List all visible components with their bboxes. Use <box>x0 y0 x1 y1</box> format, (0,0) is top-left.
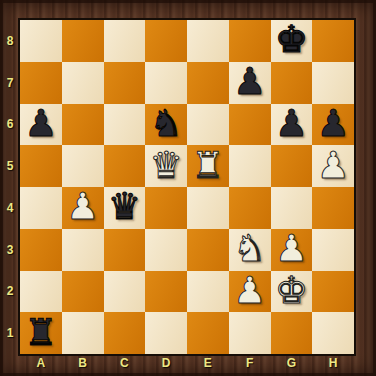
rank-label-2: 2 <box>1 271 19 313</box>
square-h6[interactable]: ♟ <box>312 104 354 146</box>
square-a5[interactable] <box>20 145 62 187</box>
square-h2[interactable] <box>312 271 354 313</box>
square-f1[interactable] <box>229 312 271 354</box>
rank-label-1: 1 <box>1 312 19 354</box>
rank-label-7: 7 <box>1 62 19 104</box>
file-label-d: D <box>145 352 187 374</box>
file-label-f: F <box>229 352 271 374</box>
square-d4[interactable] <box>145 187 187 229</box>
square-f3[interactable]: ♞ <box>229 229 271 271</box>
square-b8[interactable] <box>62 20 104 62</box>
square-h8[interactable] <box>312 20 354 62</box>
rank-label-3: 3 <box>1 229 19 271</box>
square-g7[interactable] <box>271 62 313 104</box>
piece-white-pawn-h5[interactable]: ♟ <box>317 147 350 184</box>
file-label-c: C <box>104 352 146 374</box>
rank-label-6: 6 <box>1 104 19 146</box>
rank-label-8: 8 <box>1 20 19 62</box>
square-h3[interactable] <box>312 229 354 271</box>
square-g2[interactable]: ♚ <box>271 271 313 313</box>
square-c4[interactable]: ♛ <box>104 187 146 229</box>
piece-black-pawn-g6[interactable]: ♟ <box>275 105 308 142</box>
piece-white-king-g2[interactable]: ♚ <box>275 272 308 309</box>
square-e5[interactable]: ♜ <box>187 145 229 187</box>
square-f6[interactable] <box>229 104 271 146</box>
square-c6[interactable] <box>104 104 146 146</box>
square-d1[interactable] <box>145 312 187 354</box>
rank-label-5: 5 <box>1 145 19 187</box>
square-a2[interactable] <box>20 271 62 313</box>
square-b2[interactable] <box>62 271 104 313</box>
square-c7[interactable] <box>104 62 146 104</box>
chessboard: ♚♟♟♞♟♟♛♜♟♟♛♞♟♟♚♜ 87654321 ABCDEFGH <box>0 0 376 376</box>
square-f5[interactable] <box>229 145 271 187</box>
square-h4[interactable] <box>312 187 354 229</box>
square-g5[interactable] <box>271 145 313 187</box>
piece-black-queen-c4[interactable]: ♛ <box>108 188 141 225</box>
piece-black-knight-d6[interactable]: ♞ <box>150 105 183 142</box>
piece-black-pawn-f7[interactable]: ♟ <box>233 63 266 100</box>
piece-white-pawn-b4[interactable]: ♟ <box>66 188 99 225</box>
piece-white-pawn-g3[interactable]: ♟ <box>275 230 308 267</box>
square-c8[interactable] <box>104 20 146 62</box>
square-g1[interactable] <box>271 312 313 354</box>
square-b3[interactable] <box>62 229 104 271</box>
square-d7[interactable] <box>145 62 187 104</box>
square-b5[interactable] <box>62 145 104 187</box>
square-c5[interactable] <box>104 145 146 187</box>
square-b1[interactable] <box>62 312 104 354</box>
square-g8[interactable]: ♚ <box>271 20 313 62</box>
square-a8[interactable] <box>20 20 62 62</box>
rank-labels: 87654321 <box>1 20 19 354</box>
file-label-g: G <box>271 352 313 374</box>
piece-black-pawn-a6[interactable]: ♟ <box>24 105 57 142</box>
square-a4[interactable] <box>20 187 62 229</box>
square-b7[interactable] <box>62 62 104 104</box>
square-c3[interactable] <box>104 229 146 271</box>
square-f8[interactable] <box>229 20 271 62</box>
square-g6[interactable]: ♟ <box>271 104 313 146</box>
file-label-e: E <box>187 352 229 374</box>
square-g4[interactable] <box>271 187 313 229</box>
square-a1[interactable]: ♜ <box>20 312 62 354</box>
square-e7[interactable] <box>187 62 229 104</box>
square-e8[interactable] <box>187 20 229 62</box>
square-a6[interactable]: ♟ <box>20 104 62 146</box>
square-d6[interactable]: ♞ <box>145 104 187 146</box>
square-c1[interactable] <box>104 312 146 354</box>
piece-black-pawn-h6[interactable]: ♟ <box>317 105 350 142</box>
rank-label-4: 4 <box>1 187 19 229</box>
square-b6[interactable] <box>62 104 104 146</box>
piece-black-king-g8[interactable]: ♚ <box>275 21 308 58</box>
square-a3[interactable] <box>20 229 62 271</box>
square-h7[interactable] <box>312 62 354 104</box>
piece-white-rook-e5[interactable]: ♜ <box>191 147 224 184</box>
square-f7[interactable]: ♟ <box>229 62 271 104</box>
piece-white-pawn-f2[interactable]: ♟ <box>233 272 266 309</box>
square-f4[interactable] <box>229 187 271 229</box>
file-labels: ABCDEFGH <box>20 352 354 374</box>
square-d2[interactable] <box>145 271 187 313</box>
square-e4[interactable] <box>187 187 229 229</box>
square-e2[interactable] <box>187 271 229 313</box>
file-label-h: H <box>312 352 354 374</box>
square-g3[interactable]: ♟ <box>271 229 313 271</box>
piece-white-knight-f3[interactable]: ♞ <box>233 230 266 267</box>
square-b4[interactable]: ♟ <box>62 187 104 229</box>
file-label-b: B <box>62 352 104 374</box>
piece-black-rook-a1[interactable]: ♜ <box>24 314 57 351</box>
square-h1[interactable] <box>312 312 354 354</box>
square-h5[interactable]: ♟ <box>312 145 354 187</box>
square-e6[interactable] <box>187 104 229 146</box>
piece-white-queen-d5[interactable]: ♛ <box>150 147 183 184</box>
square-e3[interactable] <box>187 229 229 271</box>
square-c2[interactable] <box>104 271 146 313</box>
file-label-a: A <box>20 352 62 374</box>
square-d8[interactable] <box>145 20 187 62</box>
square-d3[interactable] <box>145 229 187 271</box>
square-d5[interactable]: ♛ <box>145 145 187 187</box>
square-a7[interactable] <box>20 62 62 104</box>
board-squares: ♚♟♟♞♟♟♛♜♟♟♛♞♟♟♚♜ <box>20 20 354 354</box>
square-f2[interactable]: ♟ <box>229 271 271 313</box>
square-e1[interactable] <box>187 312 229 354</box>
